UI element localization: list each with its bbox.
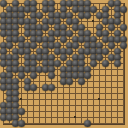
- star-point: [20, 98, 22, 100]
- black-stone: [60, 54, 67, 61]
- black-stone: [90, 6, 97, 13]
- star-point: [98, 98, 100, 100]
- black-stone: [48, 72, 55, 79]
- black-stone: [30, 72, 37, 79]
- black-stone: [66, 78, 73, 85]
- black-stone: [48, 84, 55, 91]
- black-stone: [78, 78, 85, 85]
- black-stone: [90, 60, 97, 67]
- black-stone: [60, 36, 67, 43]
- black-stone: [102, 48, 109, 55]
- black-stone: [84, 12, 91, 19]
- go-board[interactable]: [0, 0, 128, 128]
- star-point: [92, 20, 94, 22]
- black-stone: [120, 24, 127, 31]
- black-stone: [54, 60, 61, 67]
- black-stone: [108, 42, 115, 49]
- black-stone: [96, 54, 103, 61]
- black-stone: [120, 6, 127, 13]
- black-stone: [30, 84, 37, 91]
- black-stone: [114, 18, 121, 25]
- black-stone: [42, 24, 49, 31]
- black-stone: [102, 60, 109, 67]
- black-stone: [84, 120, 91, 127]
- black-stone: [0, 0, 7, 7]
- black-stone: [30, 42, 37, 49]
- black-stone: [6, 42, 13, 49]
- star-point: [74, 116, 76, 118]
- black-stone: [120, 42, 127, 49]
- black-stone: [84, 72, 91, 79]
- black-stone: [18, 72, 25, 79]
- black-stone: [72, 42, 79, 49]
- black-stone: [18, 120, 25, 127]
- black-stone: [66, 48, 73, 55]
- black-stone: [114, 60, 121, 67]
- black-stone: [36, 12, 43, 19]
- black-stone: [108, 24, 115, 31]
- black-stone: [18, 108, 25, 115]
- black-stone: [66, 30, 73, 37]
